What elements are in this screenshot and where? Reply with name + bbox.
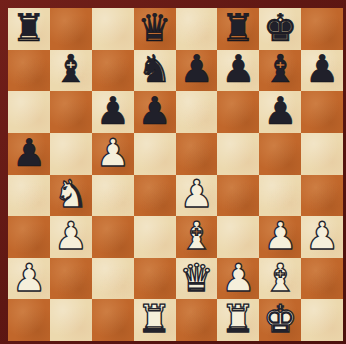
square-a2[interactable]: ♟ — [8, 258, 50, 300]
white-bishop-piece: ♝ — [179, 217, 213, 255]
square-b7[interactable]: ♝ — [50, 50, 92, 92]
white-pawn-piece: ♟ — [54, 217, 88, 255]
square-e7[interactable]: ♟ — [176, 50, 218, 92]
chess-board: ♜♛♜♚♝♞♟♟♝♟♟♟♟♟♟♞♟♟♝♟♟♟♛♟♝♜♜♚ — [8, 8, 343, 341]
square-a6[interactable] — [8, 91, 50, 133]
white-pawn-piece: ♟ — [96, 134, 130, 172]
black-pawn-piece: ♟ — [96, 92, 130, 130]
square-d1[interactable]: ♜ — [134, 299, 176, 341]
square-h6[interactable] — [301, 91, 343, 133]
black-pawn-piece: ♟ — [138, 92, 172, 130]
square-h5[interactable] — [301, 133, 343, 175]
square-e6[interactable] — [176, 91, 218, 133]
square-h4[interactable] — [301, 175, 343, 217]
black-pawn-piece: ♟ — [221, 50, 255, 88]
white-queen-piece: ♛ — [179, 259, 213, 297]
black-pawn-piece: ♟ — [305, 50, 339, 88]
square-g4[interactable] — [259, 175, 301, 217]
square-d2[interactable] — [134, 258, 176, 300]
square-g2[interactable]: ♝ — [259, 258, 301, 300]
square-g1[interactable]: ♚ — [259, 299, 301, 341]
square-a8[interactable]: ♜ — [8, 8, 50, 50]
black-pawn-piece: ♟ — [263, 92, 297, 130]
square-c6[interactable]: ♟ — [92, 91, 134, 133]
white-pawn-piece: ♟ — [305, 217, 339, 255]
square-c4[interactable] — [92, 175, 134, 217]
square-g7[interactable]: ♝ — [259, 50, 301, 92]
black-queen-piece: ♛ — [138, 9, 172, 47]
white-pawn-piece: ♟ — [12, 259, 46, 297]
white-bishop-piece: ♝ — [263, 259, 297, 297]
square-c2[interactable] — [92, 258, 134, 300]
square-f4[interactable] — [217, 175, 259, 217]
square-c7[interactable] — [92, 50, 134, 92]
square-f6[interactable] — [217, 91, 259, 133]
square-d5[interactable] — [134, 133, 176, 175]
square-e8[interactable] — [176, 8, 218, 50]
square-h1[interactable] — [301, 299, 343, 341]
square-g6[interactable]: ♟ — [259, 91, 301, 133]
square-c1[interactable] — [92, 299, 134, 341]
black-rook-piece: ♜ — [221, 9, 255, 47]
square-d6[interactable]: ♟ — [134, 91, 176, 133]
square-b4[interactable]: ♞ — [50, 175, 92, 217]
square-e1[interactable] — [176, 299, 218, 341]
black-bishop-piece: ♝ — [54, 50, 88, 88]
square-b2[interactable] — [50, 258, 92, 300]
black-bishop-piece: ♝ — [263, 50, 297, 88]
chess-board-frame: ♜♛♜♚♝♞♟♟♝♟♟♟♟♟♟♞♟♟♝♟♟♟♛♟♝♜♜♚ — [0, 0, 346, 344]
square-c8[interactable] — [92, 8, 134, 50]
square-e5[interactable] — [176, 133, 218, 175]
square-f3[interactable] — [217, 216, 259, 258]
square-h8[interactable] — [301, 8, 343, 50]
square-d4[interactable] — [134, 175, 176, 217]
square-a1[interactable] — [8, 299, 50, 341]
square-g5[interactable] — [259, 133, 301, 175]
white-pawn-piece: ♟ — [221, 259, 255, 297]
square-g8[interactable]: ♚ — [259, 8, 301, 50]
white-pawn-piece: ♟ — [263, 217, 297, 255]
square-a7[interactable] — [8, 50, 50, 92]
square-c3[interactable] — [92, 216, 134, 258]
square-e3[interactable]: ♝ — [176, 216, 218, 258]
square-b8[interactable] — [50, 8, 92, 50]
square-e4[interactable]: ♟ — [176, 175, 218, 217]
white-rook-piece: ♜ — [138, 300, 172, 338]
square-f2[interactable]: ♟ — [217, 258, 259, 300]
square-a5[interactable]: ♟ — [8, 133, 50, 175]
square-b5[interactable] — [50, 133, 92, 175]
white-pawn-piece: ♟ — [179, 175, 213, 213]
square-e2[interactable]: ♛ — [176, 258, 218, 300]
square-b6[interactable] — [50, 91, 92, 133]
square-d3[interactable] — [134, 216, 176, 258]
square-d8[interactable]: ♛ — [134, 8, 176, 50]
square-h3[interactable]: ♟ — [301, 216, 343, 258]
white-rook-piece: ♜ — [221, 300, 255, 338]
square-f7[interactable]: ♟ — [217, 50, 259, 92]
square-h7[interactable]: ♟ — [301, 50, 343, 92]
square-g3[interactable]: ♟ — [259, 216, 301, 258]
square-c5[interactable]: ♟ — [92, 133, 134, 175]
black-knight-piece: ♞ — [138, 50, 172, 88]
square-a3[interactable] — [8, 216, 50, 258]
white-knight-piece: ♞ — [54, 175, 88, 213]
square-h2[interactable] — [301, 258, 343, 300]
square-b1[interactable] — [50, 299, 92, 341]
black-king-piece: ♚ — [263, 9, 297, 47]
white-king-piece: ♚ — [263, 300, 297, 338]
black-pawn-piece: ♟ — [179, 50, 213, 88]
square-f5[interactable] — [217, 133, 259, 175]
square-f8[interactable]: ♜ — [217, 8, 259, 50]
black-pawn-piece: ♟ — [12, 134, 46, 172]
square-f1[interactable]: ♜ — [217, 299, 259, 341]
square-b3[interactable]: ♟ — [50, 216, 92, 258]
black-rook-piece: ♜ — [12, 9, 46, 47]
square-a4[interactable] — [8, 175, 50, 217]
square-d7[interactable]: ♞ — [134, 50, 176, 92]
